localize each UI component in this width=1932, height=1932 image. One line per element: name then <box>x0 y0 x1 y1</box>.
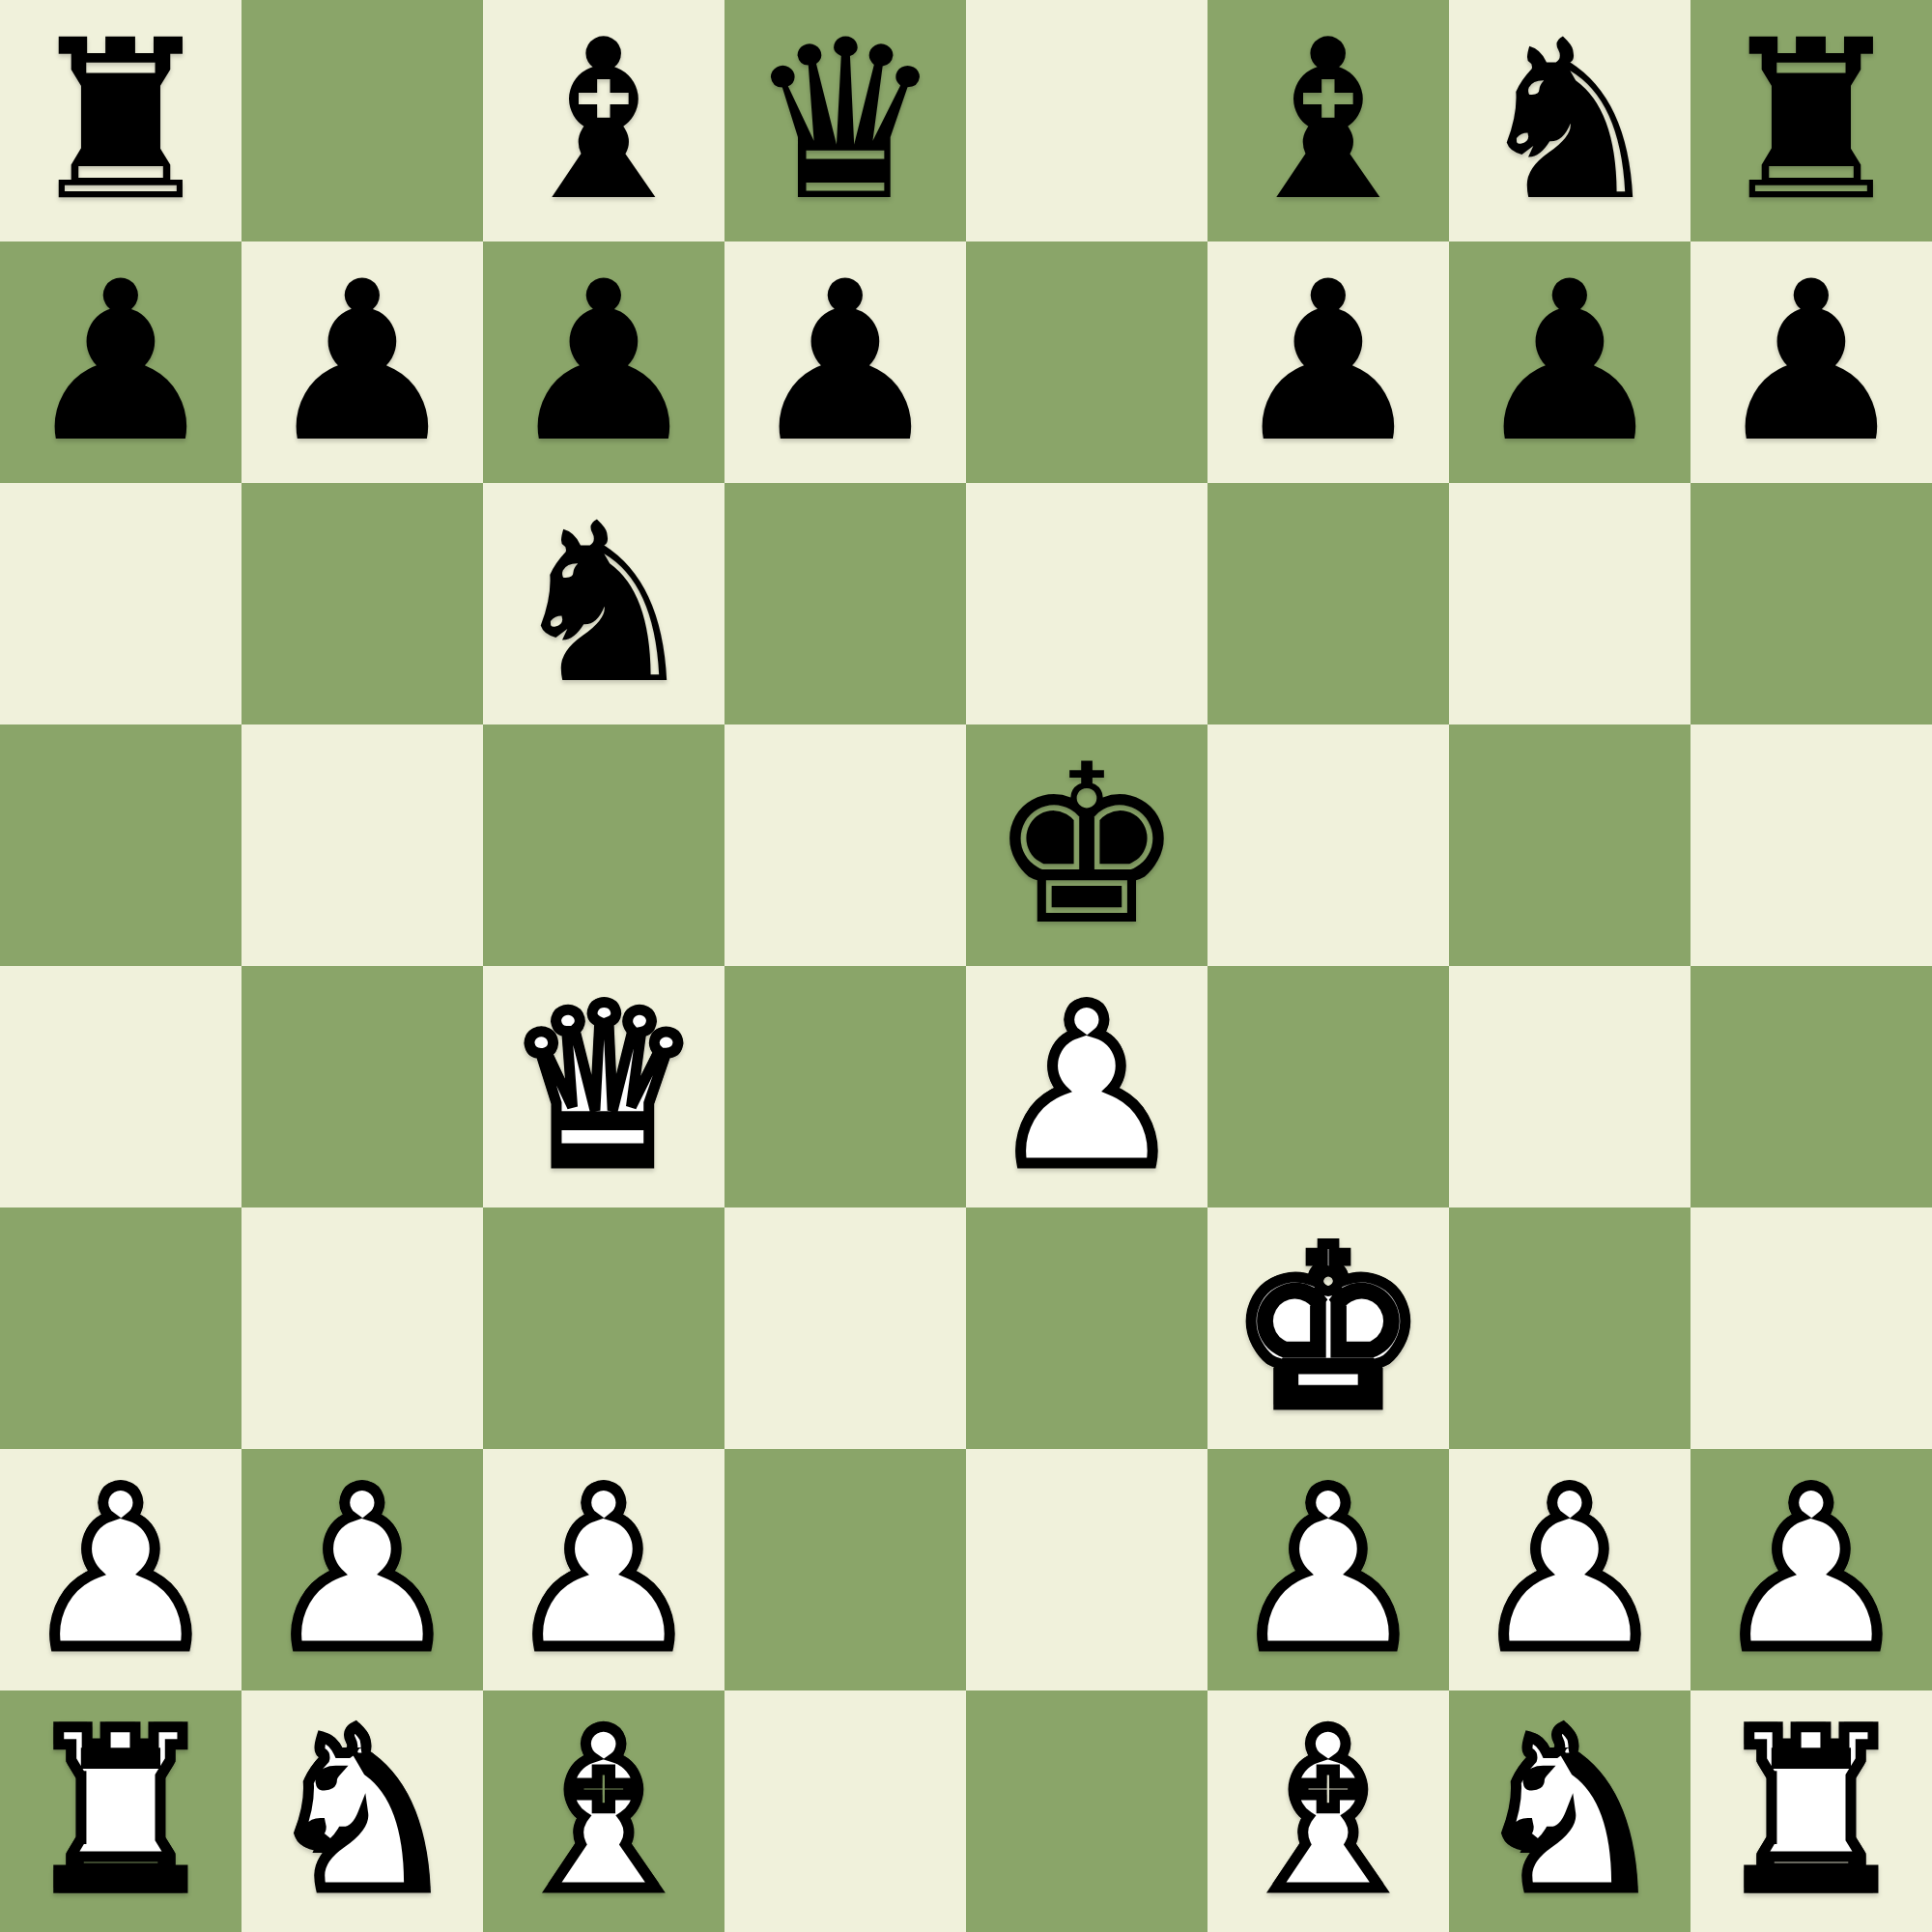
square-e4[interactable]: ♟ <box>966 966 1207 1207</box>
square-c8[interactable]: ♝ <box>483 0 724 241</box>
square-g6[interactable] <box>1449 483 1690 724</box>
square-h2[interactable]: ♟ <box>1690 1449 1932 1690</box>
square-f6[interactable] <box>1207 483 1449 724</box>
piece-white-pawn[interactable]: ♟ <box>505 1449 702 1690</box>
square-c5[interactable] <box>483 724 724 966</box>
piece-white-pawn[interactable]: ♟ <box>1471 1449 1668 1690</box>
piece-black-bishop[interactable]: ♝ <box>1230 0 1427 241</box>
square-a3[interactable] <box>0 1207 241 1449</box>
square-e7[interactable] <box>966 241 1207 483</box>
square-a6[interactable] <box>0 483 241 724</box>
square-d7[interactable]: ♟ <box>724 241 966 483</box>
square-g8[interactable]: ♞ <box>1449 0 1690 241</box>
square-f4[interactable] <box>1207 966 1449 1207</box>
chess-board: ♜♝♛♝♞♜♟♟♟♟♟♟♟♞♚♛♟♚♟♟♟♟♟♟♜♞♝♝♞♜ <box>0 0 1932 1932</box>
square-e5[interactable]: ♚ <box>966 724 1207 966</box>
piece-black-rook[interactable]: ♜ <box>1713 0 1910 241</box>
piece-black-pawn[interactable]: ♟ <box>264 241 461 483</box>
square-f2[interactable]: ♟ <box>1207 1449 1449 1690</box>
piece-white-pawn[interactable]: ♟ <box>22 1449 219 1690</box>
square-a7[interactable]: ♟ <box>0 241 241 483</box>
piece-black-pawn[interactable]: ♟ <box>22 241 219 483</box>
square-a8[interactable]: ♜ <box>0 0 241 241</box>
square-c2[interactable]: ♟ <box>483 1449 724 1690</box>
square-f7[interactable]: ♟ <box>1207 241 1449 483</box>
square-e8[interactable] <box>966 0 1207 241</box>
square-g2[interactable]: ♟ <box>1449 1449 1690 1690</box>
piece-white-queen[interactable]: ♛ <box>505 966 702 1207</box>
piece-white-pawn[interactable]: ♟ <box>264 1449 461 1690</box>
square-b7[interactable]: ♟ <box>241 241 483 483</box>
square-b3[interactable] <box>241 1207 483 1449</box>
square-a5[interactable] <box>0 724 241 966</box>
square-f3[interactable]: ♚ <box>1207 1207 1449 1449</box>
piece-white-rook[interactable]: ♜ <box>1713 1690 1910 1932</box>
piece-white-knight[interactable]: ♞ <box>264 1690 461 1932</box>
square-f8[interactable]: ♝ <box>1207 0 1449 241</box>
square-a4[interactable] <box>0 966 241 1207</box>
square-g4[interactable] <box>1449 966 1690 1207</box>
square-b4[interactable] <box>241 966 483 1207</box>
piece-black-knight[interactable]: ♞ <box>505 483 702 724</box>
piece-white-pawn[interactable]: ♟ <box>1230 1449 1427 1690</box>
square-g5[interactable] <box>1449 724 1690 966</box>
square-b6[interactable] <box>241 483 483 724</box>
square-d8[interactable]: ♛ <box>724 0 966 241</box>
square-c1[interactable]: ♝ <box>483 1690 724 1932</box>
square-d5[interactable] <box>724 724 966 966</box>
square-b8[interactable] <box>241 0 483 241</box>
piece-black-king[interactable]: ♚ <box>988 724 1185 966</box>
square-e3[interactable] <box>966 1207 1207 1449</box>
square-e6[interactable] <box>966 483 1207 724</box>
square-d6[interactable] <box>724 483 966 724</box>
square-g3[interactable] <box>1449 1207 1690 1449</box>
piece-black-knight[interactable]: ♞ <box>1471 0 1668 241</box>
piece-white-king[interactable]: ♚ <box>1230 1207 1427 1449</box>
square-e1[interactable] <box>966 1690 1207 1932</box>
square-e2[interactable] <box>966 1449 1207 1690</box>
square-b2[interactable]: ♟ <box>241 1449 483 1690</box>
piece-black-bishop[interactable]: ♝ <box>505 0 702 241</box>
square-d4[interactable] <box>724 966 966 1207</box>
square-h1[interactable]: ♜ <box>1690 1690 1932 1932</box>
square-h3[interactable] <box>1690 1207 1932 1449</box>
square-h8[interactable]: ♜ <box>1690 0 1932 241</box>
square-g7[interactable]: ♟ <box>1449 241 1690 483</box>
square-b5[interactable] <box>241 724 483 966</box>
piece-white-bishop[interactable]: ♝ <box>1230 1690 1427 1932</box>
square-h5[interactable] <box>1690 724 1932 966</box>
square-c6[interactable]: ♞ <box>483 483 724 724</box>
piece-black-pawn[interactable]: ♟ <box>747 241 944 483</box>
piece-white-pawn[interactable]: ♟ <box>1713 1449 1910 1690</box>
square-h6[interactable] <box>1690 483 1932 724</box>
square-g1[interactable]: ♞ <box>1449 1690 1690 1932</box>
square-f5[interactable] <box>1207 724 1449 966</box>
piece-white-bishop[interactable]: ♝ <box>505 1690 702 1932</box>
piece-black-pawn[interactable]: ♟ <box>1230 241 1427 483</box>
piece-black-pawn[interactable]: ♟ <box>505 241 702 483</box>
square-b1[interactable]: ♞ <box>241 1690 483 1932</box>
square-a1[interactable]: ♜ <box>0 1690 241 1932</box>
square-d3[interactable] <box>724 1207 966 1449</box>
square-h4[interactable] <box>1690 966 1932 1207</box>
square-c7[interactable]: ♟ <box>483 241 724 483</box>
piece-black-rook[interactable]: ♜ <box>22 0 219 241</box>
square-c4[interactable]: ♛ <box>483 966 724 1207</box>
square-d1[interactable] <box>724 1690 966 1932</box>
piece-white-pawn[interactable]: ♟ <box>988 966 1185 1207</box>
piece-black-queen[interactable]: ♛ <box>747 0 944 241</box>
square-f1[interactable]: ♝ <box>1207 1690 1449 1932</box>
piece-white-rook[interactable]: ♜ <box>22 1690 219 1932</box>
square-d2[interactable] <box>724 1449 966 1690</box>
square-c3[interactable] <box>483 1207 724 1449</box>
piece-black-pawn[interactable]: ♟ <box>1713 241 1910 483</box>
piece-white-knight[interactable]: ♞ <box>1471 1690 1668 1932</box>
square-h7[interactable]: ♟ <box>1690 241 1932 483</box>
piece-black-pawn[interactable]: ♟ <box>1471 241 1668 483</box>
square-a2[interactable]: ♟ <box>0 1449 241 1690</box>
